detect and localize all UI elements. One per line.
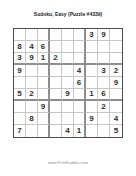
- sudoku-board: 39846391294326952916928947415: [13, 28, 123, 138]
- cell-r9c7[interactable]: [86, 125, 98, 137]
- cell-r9c3[interactable]: [38, 125, 50, 137]
- cell-r8c6[interactable]: [74, 113, 86, 125]
- cell-r8c3[interactable]: [38, 113, 50, 125]
- cell-r3c1: 3: [14, 53, 26, 65]
- cell-r5c3[interactable]: [38, 77, 50, 89]
- cell-r2c6[interactable]: [74, 41, 86, 53]
- cell-r3c4: 2: [50, 53, 62, 65]
- cell-r9c4[interactable]: [50, 125, 62, 137]
- cell-r2c7[interactable]: [86, 41, 98, 53]
- cell-r8c4[interactable]: [50, 113, 62, 125]
- cell-r4c7[interactable]: [86, 65, 98, 77]
- cell-r4c9: 2: [110, 65, 122, 77]
- cell-r8c8[interactable]: [98, 113, 110, 125]
- cell-r1c5[interactable]: [62, 29, 74, 41]
- cell-r7c4[interactable]: [50, 101, 62, 113]
- cell-r6c3[interactable]: [38, 89, 50, 101]
- cell-r9c8[interactable]: [98, 125, 110, 137]
- cell-r1c3[interactable]: [38, 29, 50, 41]
- cell-r7c7[interactable]: [86, 101, 98, 113]
- cell-r4c2[interactable]: [26, 65, 38, 77]
- cell-r9c2[interactable]: [26, 125, 38, 137]
- cell-r5c1[interactable]: [14, 77, 26, 89]
- cell-r9c6: 1: [74, 125, 86, 137]
- cell-r2c2: 4: [26, 41, 38, 53]
- cell-r2c3: 6: [38, 41, 50, 53]
- cell-r4c5[interactable]: [62, 65, 74, 77]
- cell-r3c8[interactable]: [98, 53, 110, 65]
- cell-r7c2[interactable]: [26, 101, 38, 113]
- cell-r3c2: 9: [26, 53, 38, 65]
- cell-r3c7[interactable]: [86, 53, 98, 65]
- cell-r9c9: 5: [110, 125, 122, 137]
- cell-r8c5[interactable]: [62, 113, 74, 125]
- cell-r5c4[interactable]: [50, 77, 62, 89]
- cell-r8c7: 9: [86, 113, 98, 125]
- cell-r4c4[interactable]: [50, 65, 62, 77]
- cell-r8c1[interactable]: [14, 113, 26, 125]
- cell-r6c6[interactable]: [74, 89, 86, 101]
- cell-r5c8[interactable]: [98, 77, 110, 89]
- cell-r3c3: 1: [38, 53, 50, 65]
- cell-r1c1[interactable]: [14, 29, 26, 41]
- cell-r4c8: 3: [98, 65, 110, 77]
- cell-r9c1: 7: [14, 125, 26, 137]
- cell-r8c9: 4: [110, 113, 122, 125]
- cell-r1c2[interactable]: [26, 29, 38, 41]
- cell-r2c1: 8: [14, 41, 26, 53]
- cell-r5c7[interactable]: [86, 77, 98, 89]
- cell-r3c5[interactable]: [62, 53, 74, 65]
- cell-r2c9[interactable]: [110, 41, 122, 53]
- cell-r6c7: 1: [86, 89, 98, 101]
- cell-r5c6: 6: [74, 77, 86, 89]
- cell-r1c4[interactable]: [50, 29, 62, 41]
- cell-r7c3: 9: [38, 101, 50, 113]
- cell-r3c6[interactable]: [74, 53, 86, 65]
- cell-r5c2[interactable]: [26, 77, 38, 89]
- cell-r1c8: 9: [98, 29, 110, 41]
- cell-r2c8[interactable]: [98, 41, 110, 53]
- cell-r4c3[interactable]: [38, 65, 50, 77]
- cell-r6c5: 9: [62, 89, 74, 101]
- cell-r1c9[interactable]: [110, 29, 122, 41]
- cell-r7c8: 2: [98, 101, 110, 113]
- cell-r9c5: 4: [62, 125, 74, 137]
- cell-r2c4[interactable]: [50, 41, 62, 53]
- cell-r5c9: 9: [110, 77, 122, 89]
- cell-r6c9[interactable]: [110, 89, 122, 101]
- footer-url: www.PrintSudoku.com: [0, 160, 136, 165]
- cell-r8c2: 8: [26, 113, 38, 125]
- cell-r1c7: 3: [86, 29, 98, 41]
- cell-r7c9[interactable]: [110, 101, 122, 113]
- cell-r1c6[interactable]: [74, 29, 86, 41]
- cell-r2c5[interactable]: [62, 41, 74, 53]
- cell-r7c6[interactable]: [74, 101, 86, 113]
- cell-r6c1: 5: [14, 89, 26, 101]
- cell-r5c5[interactable]: [62, 77, 74, 89]
- cell-r3c9[interactable]: [110, 53, 122, 65]
- cell-r7c1[interactable]: [14, 101, 26, 113]
- cell-r6c4[interactable]: [50, 89, 62, 101]
- cell-r7c5[interactable]: [62, 101, 74, 113]
- cell-r4c6: 4: [74, 65, 86, 77]
- cell-r6c2: 2: [26, 89, 38, 101]
- page-title: Sudoku, Easy (Puzzle #4339): [0, 11, 136, 17]
- cell-r6c8: 6: [98, 89, 110, 101]
- cell-r4c1: 9: [14, 65, 26, 77]
